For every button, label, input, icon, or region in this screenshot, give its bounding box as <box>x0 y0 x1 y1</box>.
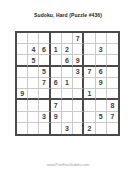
sudoku-cell-r7c9: 8 <box>107 100 118 111</box>
sudoku-cell-r8c3: 3 <box>39 112 50 123</box>
sudoku-cell-r9c9 <box>107 123 118 134</box>
sudoku-cell-r1c3 <box>39 33 50 44</box>
sudoku-cell-r9c3 <box>39 123 50 134</box>
sudoku-cell-r1c9 <box>107 33 118 44</box>
sudoku-cell-r5c4: 6 <box>51 78 62 89</box>
sudoku-cell-r4c9 <box>107 67 118 78</box>
sudoku-cell-r8c9: 7 <box>107 112 118 123</box>
sudoku-cell-r6c4 <box>51 89 62 100</box>
sudoku-cell-r4c5 <box>62 67 73 78</box>
sudoku-cell-r4c4 <box>51 67 62 78</box>
sudoku-cell-r4c2 <box>28 67 39 78</box>
sudoku-cell-r5c2 <box>28 78 39 89</box>
sudoku-cell-r2c9 <box>107 44 118 55</box>
sudoku-cell-r2c2: 4 <box>28 44 39 55</box>
sudoku-cell-r1c1 <box>17 33 28 44</box>
sudoku-cell-r9c2 <box>28 123 39 134</box>
sudoku-cell-r2c1 <box>17 44 28 55</box>
sudoku-cell-r3c5: 6 <box>62 55 73 66</box>
sudoku-cell-r8c4: 9 <box>51 112 62 123</box>
sudoku-cell-r5c7 <box>84 78 95 89</box>
sudoku-cell-r9c5: 3 <box>62 123 73 134</box>
sudoku-cell-r4c3: 5 <box>39 67 50 78</box>
sudoku-cell-r2c6 <box>73 44 84 55</box>
sudoku-cell-r1c2 <box>28 33 39 44</box>
sudoku-cell-r2c3: 6 <box>39 44 50 55</box>
sudoku-cell-r4c6: 3 <box>73 67 84 78</box>
sudoku-cell-r7c2 <box>28 100 39 111</box>
sudoku-cell-r5c6 <box>73 78 84 89</box>
sudoku-cell-r1c4 <box>51 33 62 44</box>
sudoku-cell-r1c7 <box>84 33 95 44</box>
sudoku-cell-r8c1 <box>17 112 28 123</box>
sudoku-cell-r3c9 <box>107 55 118 66</box>
sudoku-cell-r3c6: 9 <box>73 55 84 66</box>
sudoku-cell-r3c2: 5 <box>28 55 39 66</box>
sudoku-cell-r9c1 <box>17 123 28 134</box>
sudoku-cell-r6c7: 1 <box>84 89 95 100</box>
sudoku-cell-r7c6 <box>73 100 84 111</box>
sudoku-cell-r2c7 <box>84 44 95 55</box>
footer-url: www.PrintFreeSudoku.com <box>0 163 136 167</box>
sudoku-cell-r1c8 <box>96 33 107 44</box>
sudoku-cell-r6c8 <box>96 89 107 100</box>
sudoku-cell-r6c5 <box>62 89 73 100</box>
sudoku-cell-r8c2 <box>28 112 39 123</box>
sudoku-cell-r6c2 <box>28 89 39 100</box>
sudoku-cell-r6c1: 9 <box>17 89 28 100</box>
sudoku-cell-r8c7 <box>84 112 95 123</box>
sudoku-cell-r5c5: 1 <box>62 78 73 89</box>
sudoku-cell-r8c5 <box>62 112 73 123</box>
sudoku-cell-r3c1 <box>17 55 28 66</box>
sudoku-cell-r3c8 <box>96 55 107 66</box>
sudoku-cell-r3c3 <box>39 55 50 66</box>
sudoku-cell-r5c8: 9 <box>96 78 107 89</box>
sudoku-cell-r3c7 <box>84 55 95 66</box>
sudoku-cell-r1c5 <box>62 33 73 44</box>
sudoku-cell-r4c1 <box>17 67 28 78</box>
sudoku-cell-r4c7: 7 <box>84 67 95 78</box>
sudoku-cell-r9c6 <box>73 123 84 134</box>
sudoku-cell-r5c3: 7 <box>39 78 50 89</box>
sudoku-cell-r2c5: 2 <box>62 44 73 55</box>
sudoku-cell-r8c6 <box>73 112 84 123</box>
sudoku-cell-r7c4: 7 <box>51 100 62 111</box>
sudoku-cell-r3c4 <box>51 55 62 66</box>
sudoku-cell-r1c6: 7 <box>73 33 84 44</box>
page-title: Sudoku, Hard (Puzzle #436) <box>0 12 136 18</box>
sudoku-cell-r7c8 <box>96 100 107 111</box>
sudoku-cell-r6c9 <box>107 89 118 100</box>
sudoku-cell-r9c7: 2 <box>84 123 95 134</box>
sudoku-cell-r2c4: 1 <box>51 44 62 55</box>
sudoku-cell-r4c8: 6 <box>96 67 107 78</box>
sudoku-cell-r6c6 <box>73 89 84 100</box>
sudoku-cell-r5c9 <box>107 78 118 89</box>
sudoku-cell-r9c4 <box>51 123 62 134</box>
sudoku-cell-r7c7 <box>84 100 95 111</box>
sudoku-cell-r8c8: 5 <box>96 112 107 123</box>
sudoku-cell-r9c8 <box>96 123 107 134</box>
sudoku-cell-r7c5 <box>62 100 73 111</box>
sudoku-cell-r7c3 <box>39 100 50 111</box>
sudoku-cell-r5c1 <box>17 78 28 89</box>
sudoku-board: 746123569537676199178395732 <box>15 31 120 136</box>
sudoku-cell-r2c8: 3 <box>96 44 107 55</box>
sudoku-cell-r7c1 <box>17 100 28 111</box>
sudoku-cell-r6c3 <box>39 89 50 100</box>
